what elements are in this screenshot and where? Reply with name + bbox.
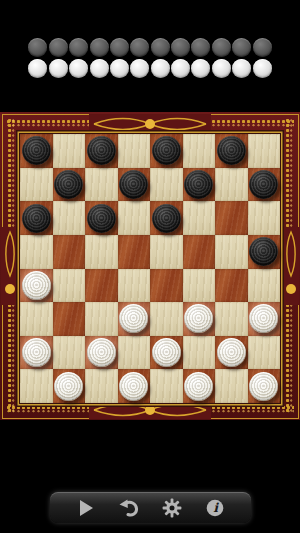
white-piece[interactable] <box>22 338 51 367</box>
black-piece[interactable] <box>54 170 83 199</box>
square-2-4[interactable] <box>150 201 183 235</box>
square-5-6 <box>215 302 248 336</box>
tray-piece-black <box>110 38 129 57</box>
square-5-1[interactable] <box>53 302 86 336</box>
square-7-4 <box>150 369 183 403</box>
square-0-7 <box>248 134 281 168</box>
white-piece[interactable] <box>119 372 148 401</box>
square-1-2 <box>85 168 118 202</box>
square-1-4 <box>150 168 183 202</box>
square-4-2[interactable] <box>85 269 118 303</box>
tray-piece-white <box>253 59 272 78</box>
square-0-1 <box>53 134 86 168</box>
square-2-1 <box>53 201 86 235</box>
undo-icon <box>118 499 139 517</box>
black-piece[interactable] <box>152 204 181 233</box>
square-4-1 <box>53 269 86 303</box>
info-icon: i <box>206 499 224 517</box>
toolbar: i <box>50 492 251 523</box>
black-piece[interactable] <box>119 170 148 199</box>
square-4-3 <box>118 269 151 303</box>
white-piece[interactable] <box>22 271 51 300</box>
square-1-1[interactable] <box>53 168 86 202</box>
white-piece[interactable] <box>87 338 116 367</box>
square-3-1[interactable] <box>53 235 86 269</box>
square-1-0 <box>20 168 53 202</box>
square-7-0 <box>20 369 53 403</box>
square-6-0[interactable] <box>20 336 53 370</box>
square-6-7 <box>248 336 281 370</box>
square-0-3 <box>118 134 151 168</box>
square-4-4[interactable] <box>150 269 183 303</box>
square-1-5[interactable] <box>183 168 216 202</box>
tray-piece-black <box>232 38 251 57</box>
square-3-5[interactable] <box>183 235 216 269</box>
tray-piece-black <box>212 38 231 57</box>
square-2-5 <box>183 201 216 235</box>
white-piece[interactable] <box>249 304 278 333</box>
white-piece[interactable] <box>54 372 83 401</box>
square-6-5 <box>183 336 216 370</box>
tray-row-white <box>28 59 271 78</box>
tray-piece-white <box>212 59 231 78</box>
square-3-2 <box>85 235 118 269</box>
black-piece[interactable] <box>249 237 278 266</box>
square-6-3 <box>118 336 151 370</box>
square-7-2 <box>85 369 118 403</box>
black-piece[interactable] <box>184 170 213 199</box>
square-7-6 <box>215 369 248 403</box>
settings-button[interactable] <box>159 495 185 521</box>
square-3-7[interactable] <box>248 235 281 269</box>
tray-piece-black <box>49 38 68 57</box>
square-3-0 <box>20 235 53 269</box>
square-4-7 <box>248 269 281 303</box>
white-piece[interactable] <box>249 372 278 401</box>
square-0-4[interactable] <box>150 134 183 168</box>
square-6-2[interactable] <box>85 336 118 370</box>
black-piece[interactable] <box>87 204 116 233</box>
tray-piece-black <box>253 38 272 57</box>
square-0-2[interactable] <box>85 134 118 168</box>
white-piece[interactable] <box>184 304 213 333</box>
black-piece[interactable] <box>152 136 181 165</box>
tray-row-black <box>28 38 271 57</box>
tray-piece-black <box>151 38 170 57</box>
square-2-7 <box>248 201 281 235</box>
tray-piece-white <box>28 59 47 78</box>
square-1-3[interactable] <box>118 168 151 202</box>
square-0-5 <box>183 134 216 168</box>
white-piece[interactable] <box>217 338 246 367</box>
info-button[interactable]: i <box>202 495 228 521</box>
tray-piece-black <box>28 38 47 57</box>
tray-piece-black <box>171 38 190 57</box>
square-3-6 <box>215 235 248 269</box>
black-piece[interactable] <box>87 136 116 165</box>
square-3-3[interactable] <box>118 235 151 269</box>
square-2-3 <box>118 201 151 235</box>
square-5-5[interactable] <box>183 302 216 336</box>
square-3-4 <box>150 235 183 269</box>
tray-piece-white <box>191 59 210 78</box>
square-7-7[interactable] <box>248 369 281 403</box>
board-frame <box>0 112 300 420</box>
white-piece[interactable] <box>152 338 181 367</box>
tray-piece-white <box>130 59 149 78</box>
square-6-6[interactable] <box>215 336 248 370</box>
square-4-5 <box>183 269 216 303</box>
tray-piece-white <box>232 59 251 78</box>
black-piece[interactable] <box>217 136 246 165</box>
board-grid <box>20 134 280 403</box>
tray-piece-white <box>90 59 109 78</box>
square-1-7[interactable] <box>248 168 281 202</box>
square-5-7[interactable] <box>248 302 281 336</box>
square-2-2[interactable] <box>85 201 118 235</box>
square-6-1 <box>53 336 86 370</box>
tray-piece-black <box>69 38 88 57</box>
captured-piece-trays <box>0 38 300 78</box>
square-4-6[interactable] <box>215 269 248 303</box>
square-7-5[interactable] <box>183 369 216 403</box>
square-0-6[interactable] <box>215 134 248 168</box>
square-2-0[interactable] <box>20 201 53 235</box>
black-piece[interactable] <box>22 204 51 233</box>
frame-ornament-left-icon <box>1 227 18 305</box>
square-7-3[interactable] <box>118 369 151 403</box>
white-piece[interactable] <box>184 372 213 401</box>
tray-piece-white <box>49 59 68 78</box>
square-5-4 <box>150 302 183 336</box>
white-piece[interactable] <box>119 304 148 333</box>
undo-button[interactable] <box>116 495 142 521</box>
tray-piece-white <box>69 59 88 78</box>
square-1-6 <box>215 168 248 202</box>
tray-piece-white <box>171 59 190 78</box>
play-button[interactable] <box>73 495 99 521</box>
play-icon <box>78 499 94 517</box>
square-6-4[interactable] <box>150 336 183 370</box>
square-5-0 <box>20 302 53 336</box>
square-5-3[interactable] <box>118 302 151 336</box>
black-piece[interactable] <box>22 136 51 165</box>
tray-piece-white <box>110 59 129 78</box>
tray-piece-white <box>151 59 170 78</box>
tray-piece-black <box>191 38 210 57</box>
frame-ornament-top-icon <box>89 114 211 133</box>
frame-ornament-right-icon <box>282 227 299 305</box>
square-7-1[interactable] <box>53 369 86 403</box>
settings-gear-icon <box>162 498 182 518</box>
square-0-0[interactable] <box>20 134 53 168</box>
tray-piece-black <box>90 38 109 57</box>
square-4-0[interactable] <box>20 269 53 303</box>
app-screen: i <box>0 0 300 533</box>
square-2-6[interactable] <box>215 201 248 235</box>
square-5-2 <box>85 302 118 336</box>
tray-piece-black <box>130 38 149 57</box>
black-piece[interactable] <box>249 170 278 199</box>
